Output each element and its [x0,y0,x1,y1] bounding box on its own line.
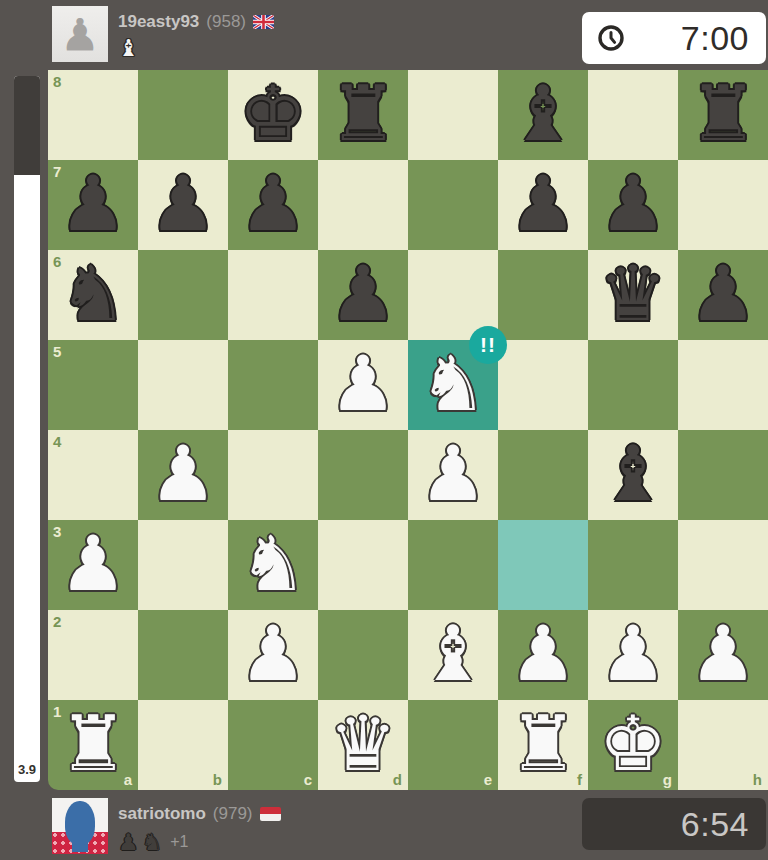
square-h7[interactable] [678,160,768,250]
top-player-clock: 7:00 [582,12,766,64]
square-a6[interactable]: 6♞ [48,250,138,340]
black-pawn[interactable]: ♟ [318,250,408,340]
square-c5[interactable] [228,340,318,430]
black-bishop[interactable]: ♝ [588,430,678,520]
bottom-clock-time: 6:54 [582,805,766,844]
top-player-name[interactable]: 19easty93 [118,12,199,32]
square-d5[interactable]: ♟ [318,340,408,430]
square-f6[interactable] [498,250,588,340]
square-c4[interactable] [228,430,318,520]
white-rook[interactable]: ♜ [48,700,138,790]
square-g7[interactable]: ♟ [588,160,678,250]
white-pawn[interactable]: ♟ [48,520,138,610]
square-f8[interactable]: ♝ [498,70,588,160]
white-knight[interactable]: ♞ [228,520,318,610]
evaluation-score: 3.9 [14,762,40,777]
square-b1[interactable]: b [138,700,228,790]
square-h2[interactable]: ♟ [678,610,768,700]
square-a8[interactable]: 8 [48,70,138,160]
rank-label: 2 [53,613,61,630]
evaluation-black-portion [14,76,40,175]
square-d3[interactable] [318,520,408,610]
square-f7[interactable]: ♟ [498,160,588,250]
white-pawn[interactable]: ♟ [138,430,228,520]
square-e7[interactable] [408,160,498,250]
square-a4[interactable]: 4 [48,430,138,520]
square-h5[interactable] [678,340,768,430]
square-b3[interactable] [138,520,228,610]
bottom-player-bar: satriotomo (979) ♟♞+1 6:54 [0,790,768,860]
bottom-player-avatar[interactable] [52,798,108,854]
square-g4[interactable]: ♝ [588,430,678,520]
square-h3[interactable] [678,520,768,610]
black-pawn[interactable]: ♟ [228,160,318,250]
white-pawn[interactable]: ♟ [588,610,678,700]
black-queen[interactable]: ♛ [588,250,678,340]
square-h1[interactable]: h [678,700,768,790]
square-c6[interactable] [228,250,318,340]
square-c1[interactable]: c [228,700,318,790]
square-a2[interactable]: 2 [48,610,138,700]
bottom-captured-pieces: ♟♞+1 [118,830,189,854]
square-f5[interactable] [498,340,588,430]
black-pawn[interactable]: ♟ [678,250,768,340]
top-player-rating: (958) [206,12,246,32]
square-c3[interactable]: ♞ [228,520,318,610]
square-e1[interactable]: e [408,700,498,790]
black-bishop[interactable]: ♝ [498,70,588,160]
square-e3[interactable] [408,520,498,610]
square-b4[interactable]: ♟ [138,430,228,520]
top-player-avatar[interactable]: ♟ [52,6,108,62]
white-pawn[interactable]: ♟ [318,340,408,430]
square-g8[interactable] [588,70,678,160]
square-g3[interactable] [588,520,678,610]
top-captured-pieces: ♝ [118,36,139,60]
square-g2[interactable]: ♟ [588,610,678,700]
square-b5[interactable] [138,340,228,430]
square-h6[interactable]: ♟ [678,250,768,340]
rank-label: 8 [53,73,61,90]
square-a3[interactable]: 3♟ [48,520,138,610]
square-d4[interactable] [318,430,408,520]
top-clock-time: 7:00 [625,19,766,58]
square-d6[interactable]: ♟ [318,250,408,340]
square-d1[interactable]: d♛ [318,700,408,790]
white-rook[interactable]: ♜ [498,700,588,790]
black-rook[interactable]: ♜ [318,70,408,160]
top-player-bar: ♟ 19easty93 (958) ♝ 7:00 [0,0,768,70]
captured-black-knight-icon: ♞ [142,830,163,854]
square-c7[interactable]: ♟ [228,160,318,250]
square-f2[interactable]: ♟ [498,610,588,700]
square-d7[interactable] [318,160,408,250]
white-queen[interactable]: ♛ [318,700,408,790]
file-label: b [213,771,222,788]
square-f4[interactable] [498,430,588,520]
square-d8[interactable]: ♜ [318,70,408,160]
black-pawn[interactable]: ♟ [588,160,678,250]
square-f3[interactable] [498,520,588,610]
rank-label: 5 [53,343,61,360]
square-c2[interactable]: ♟ [228,610,318,700]
evaluation-bar: 3.9 [14,76,40,782]
square-b2[interactable] [138,610,228,700]
white-bishop[interactable]: ♝ [408,610,498,700]
square-h8[interactable]: ♜ [678,70,768,160]
square-a7[interactable]: 7♟ [48,160,138,250]
square-g5[interactable] [588,340,678,430]
pawn-avatar-icon: ♟ [52,6,108,62]
white-pawn[interactable]: ♟ [678,610,768,700]
file-label: h [753,771,762,788]
captured-white-bishop-icon: ♝ [118,36,139,60]
file-label: e [484,771,492,788]
square-b6[interactable] [138,250,228,340]
material-advantage: +1 [170,833,188,851]
bottom-player-clock: 6:54 [582,798,766,850]
chess-board[interactable]: 8♚♜♝♜7♟♟♟♟♟6♞♟♛♟5♟♞4♟♟♝3♟♞2♟♝♟♟♟1a♜bcd♛e… [48,70,768,790]
square-f1[interactable]: f♜ [498,700,588,790]
square-e2[interactable]: ♝ [408,610,498,700]
square-b8[interactable] [138,70,228,160]
square-e4[interactable]: ♟ [408,430,498,520]
bottom-player-rating: (979) [213,804,253,824]
black-king[interactable]: ♚ [228,70,318,160]
bottom-player-name[interactable]: satriotomo [118,804,206,824]
black-knight[interactable]: ♞ [48,250,138,340]
square-e8[interactable] [408,70,498,160]
uk-flag-icon [253,15,274,29]
square-g6[interactable]: ♛ [588,250,678,340]
rank-label: 4 [53,433,61,450]
square-a1[interactable]: 1a♜ [48,700,138,790]
square-c8[interactable]: ♚ [228,70,318,160]
captured-black-pawn-icon: ♟ [118,830,139,854]
black-rook[interactable]: ♜ [678,70,768,160]
white-king[interactable]: ♚ [588,700,678,790]
indonesia-flag-icon [260,807,281,821]
clock-icon [597,24,625,52]
square-g1[interactable]: g♚ [588,700,678,790]
black-pawn[interactable]: ♟ [48,160,138,250]
file-label: c [304,771,312,788]
white-pawn[interactable]: ♟ [408,430,498,520]
black-pawn[interactable]: ♟ [138,160,228,250]
white-pawn[interactable]: ♟ [228,610,318,700]
avatar-head [65,801,95,845]
white-pawn[interactable]: ♟ [498,610,588,700]
square-b7[interactable]: ♟ [138,160,228,250]
square-a5[interactable]: 5 [48,340,138,430]
brilliant-move-badge: !! [469,326,507,364]
square-h4[interactable] [678,430,768,520]
black-pawn[interactable]: ♟ [498,160,588,250]
square-d2[interactable] [318,610,408,700]
